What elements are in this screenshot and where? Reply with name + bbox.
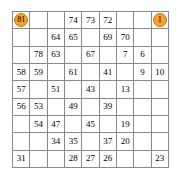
endpoint-circle: 1 bbox=[153, 13, 167, 27]
clue-number: 53 bbox=[34, 102, 43, 111]
cell-r7c4[interactable] bbox=[65, 116, 81, 132]
clue-number: 72 bbox=[103, 16, 112, 25]
cell-r7c2: 54 bbox=[30, 116, 46, 132]
clue-number: 10 bbox=[155, 68, 164, 77]
clue-number: 57 bbox=[17, 85, 26, 94]
clue-number: 26 bbox=[103, 154, 112, 163]
cell-r3c7: 7 bbox=[117, 47, 133, 63]
cell-r5c8[interactable] bbox=[134, 81, 150, 97]
clue-number: 43 bbox=[86, 85, 95, 94]
cell-r5c6[interactable] bbox=[100, 81, 116, 97]
cell-r9c2[interactable] bbox=[30, 151, 46, 167]
clue-number: 20 bbox=[121, 137, 130, 146]
cell-r1c7[interactable] bbox=[117, 12, 133, 28]
clue-number: 37 bbox=[103, 137, 112, 146]
clue-number: 45 bbox=[86, 120, 95, 129]
cell-r2c2[interactable] bbox=[30, 29, 46, 45]
cell-r9c4: 28 bbox=[65, 151, 81, 167]
cell-r5c7: 13 bbox=[117, 81, 133, 97]
cell-r9c3[interactable] bbox=[48, 151, 64, 167]
cell-r6c8[interactable] bbox=[134, 99, 150, 115]
hidato-board: 8174737216465697078636776585961419105751… bbox=[12, 11, 169, 168]
clue-number: 13 bbox=[121, 85, 130, 94]
cell-r4c7[interactable] bbox=[117, 64, 133, 80]
clue-number: 67 bbox=[86, 50, 95, 59]
cell-r7c7: 19 bbox=[117, 116, 133, 132]
cell-r8c1[interactable] bbox=[13, 133, 29, 149]
clue-number: 74 bbox=[69, 16, 78, 25]
clue-number: 65 bbox=[69, 33, 78, 42]
cell-r3c3: 63 bbox=[48, 47, 64, 63]
cell-r3c5: 67 bbox=[82, 47, 98, 63]
cell-r2c4: 65 bbox=[65, 29, 81, 45]
clue-number: 27 bbox=[86, 154, 95, 163]
clue-number: 59 bbox=[34, 68, 43, 77]
cell-r1c8[interactable] bbox=[134, 12, 150, 28]
cell-r4c4: 61 bbox=[65, 64, 81, 80]
cell-r8c3: 34 bbox=[48, 133, 64, 149]
cell-r1c3[interactable] bbox=[48, 12, 64, 28]
cell-r9c9: 23 bbox=[152, 151, 168, 167]
clue-number: 49 bbox=[69, 102, 78, 111]
cell-r1c9: 1 bbox=[152, 12, 168, 28]
cell-r8c8[interactable] bbox=[134, 133, 150, 149]
clue-number: 54 bbox=[34, 120, 43, 129]
cell-r3c4[interactable] bbox=[65, 47, 81, 63]
cell-r9c1: 31 bbox=[13, 151, 29, 167]
cell-r8c9[interactable] bbox=[152, 133, 168, 149]
clue-number: 58 bbox=[17, 68, 26, 77]
clue-number: 70 bbox=[121, 33, 130, 42]
cell-r4c5[interactable] bbox=[82, 64, 98, 80]
cell-r9c6: 26 bbox=[100, 151, 116, 167]
cell-r9c7[interactable] bbox=[117, 151, 133, 167]
clue-number: 31 bbox=[17, 154, 26, 163]
clue-number: 63 bbox=[51, 50, 60, 59]
cell-r2c3: 64 bbox=[48, 29, 64, 45]
cell-r7c1[interactable] bbox=[13, 116, 29, 132]
cell-r6c6: 39 bbox=[100, 99, 116, 115]
clue-number: 7 bbox=[123, 50, 128, 59]
clue-number: 41 bbox=[103, 68, 112, 77]
clue-number: 34 bbox=[51, 137, 60, 146]
cell-r5c5: 43 bbox=[82, 81, 98, 97]
cell-r6c5[interactable] bbox=[82, 99, 98, 115]
cell-r4c6: 41 bbox=[100, 64, 116, 80]
clue-number: 6 bbox=[140, 50, 145, 59]
cell-r1c4: 74 bbox=[65, 12, 81, 28]
cell-r8c4: 35 bbox=[65, 133, 81, 149]
cell-r6c9[interactable] bbox=[152, 99, 168, 115]
cell-r8c2[interactable] bbox=[30, 133, 46, 149]
clue-number: 61 bbox=[69, 68, 78, 77]
clue-number: 56 bbox=[17, 102, 26, 111]
cell-r6c3[interactable] bbox=[48, 99, 64, 115]
clue-number: 19 bbox=[121, 120, 130, 129]
cell-r1c2[interactable] bbox=[30, 12, 46, 28]
cell-r7c9[interactable] bbox=[152, 116, 168, 132]
cell-r2c1[interactable] bbox=[13, 29, 29, 45]
clue-number: 78 bbox=[34, 50, 43, 59]
clue-number: 51 bbox=[51, 85, 60, 94]
cell-r4c8: 9 bbox=[134, 64, 150, 80]
clue-number: 39 bbox=[103, 102, 112, 111]
clue-number: 9 bbox=[140, 68, 145, 77]
cell-r4c2: 59 bbox=[30, 64, 46, 80]
cell-r3c6[interactable] bbox=[100, 47, 116, 63]
cell-r5c1: 57 bbox=[13, 81, 29, 97]
cell-r2c9[interactable] bbox=[152, 29, 168, 45]
cell-r8c5[interactable] bbox=[82, 133, 98, 149]
clue-number: 73 bbox=[86, 16, 95, 25]
cell-r5c9[interactable] bbox=[152, 81, 168, 97]
cell-r2c5[interactable] bbox=[82, 29, 98, 45]
clue-number: 35 bbox=[69, 137, 78, 146]
clue-number: 47 bbox=[51, 120, 60, 129]
cell-r8c7: 20 bbox=[117, 133, 133, 149]
cell-r3c1[interactable] bbox=[13, 47, 29, 63]
cell-r6c1: 56 bbox=[13, 99, 29, 115]
cell-r6c2: 53 bbox=[30, 99, 46, 115]
cell-r7c5: 45 bbox=[82, 116, 98, 132]
clue-number: 23 bbox=[155, 154, 164, 163]
cell-r3c9[interactable] bbox=[152, 47, 168, 63]
cell-r4c3[interactable] bbox=[48, 64, 64, 80]
cell-r7c8[interactable] bbox=[134, 116, 150, 132]
cell-r5c3: 51 bbox=[48, 81, 64, 97]
cell-r2c7: 70 bbox=[117, 29, 133, 45]
cell-r1c5: 73 bbox=[82, 12, 98, 28]
clue-number: 28 bbox=[69, 154, 78, 163]
clue-number: 69 bbox=[103, 33, 112, 42]
cell-r7c3: 47 bbox=[48, 116, 64, 132]
cell-r4c9: 10 bbox=[152, 64, 168, 80]
cell-r1c6: 72 bbox=[100, 12, 116, 28]
cell-r4c1: 58 bbox=[13, 64, 29, 80]
cell-r5c4[interactable] bbox=[65, 81, 81, 97]
cell-r3c2: 78 bbox=[30, 47, 46, 63]
cell-r5c2[interactable] bbox=[30, 81, 46, 97]
cell-r6c4: 49 bbox=[65, 99, 81, 115]
cell-r9c8[interactable] bbox=[134, 151, 150, 167]
endpoint-circle: 81 bbox=[14, 13, 28, 27]
cell-r2c6: 69 bbox=[100, 29, 116, 45]
cell-r8c6: 37 bbox=[100, 133, 116, 149]
cell-r7c6[interactable] bbox=[100, 116, 116, 132]
clue-number: 64 bbox=[51, 33, 60, 42]
cell-r2c8[interactable] bbox=[134, 29, 150, 45]
cell-r1c1: 81 bbox=[13, 12, 29, 28]
cell-r6c7[interactable] bbox=[117, 99, 133, 115]
cell-r3c8: 6 bbox=[134, 47, 150, 63]
cell-r9c5: 27 bbox=[82, 151, 98, 167]
